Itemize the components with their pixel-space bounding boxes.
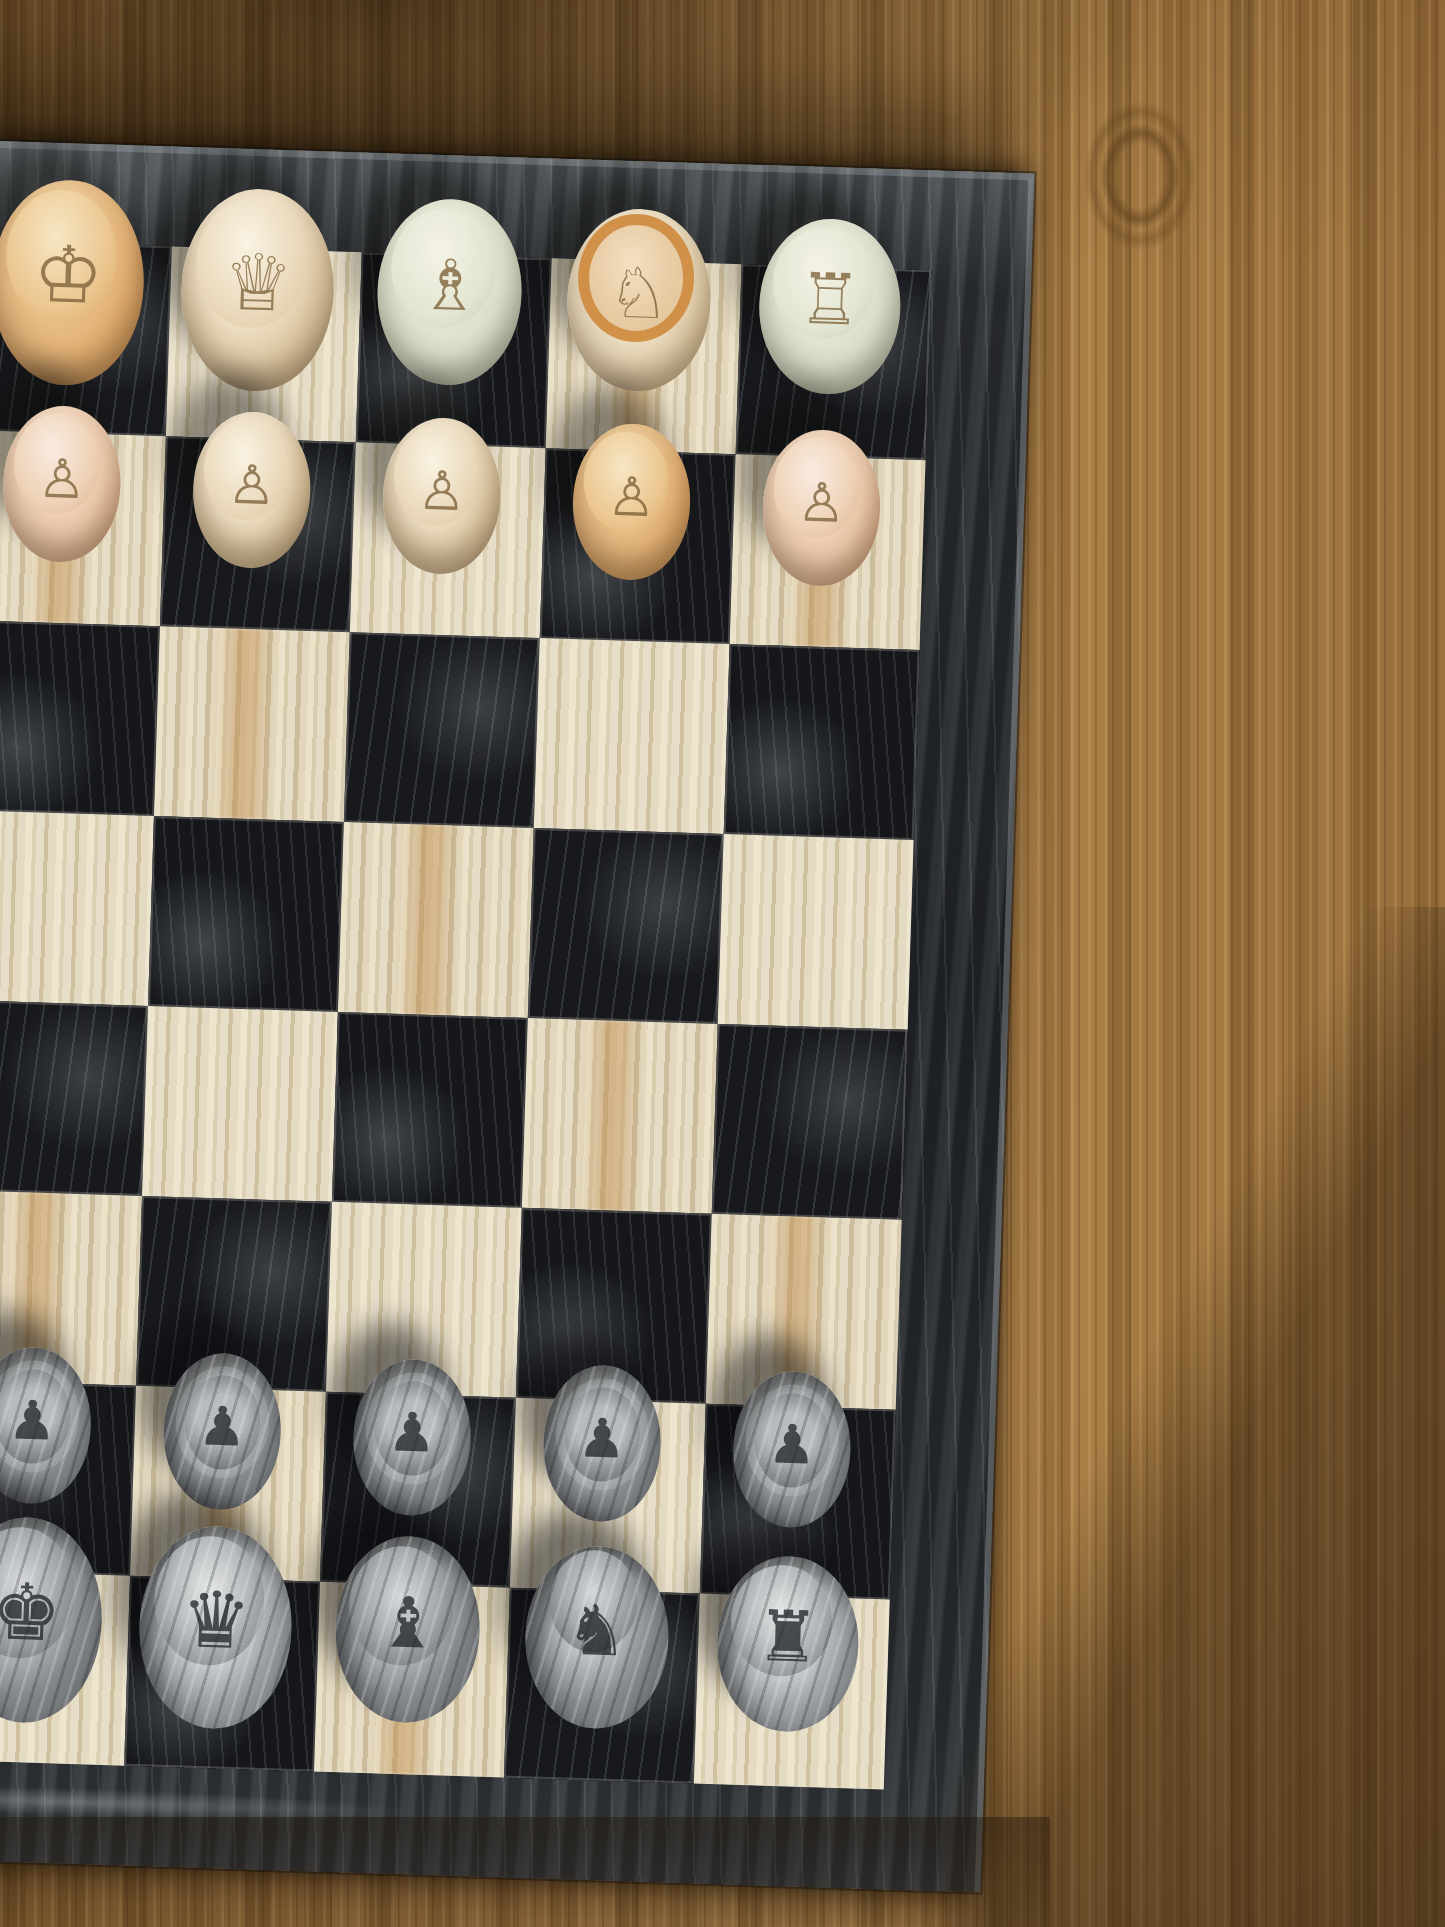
stone-top: [576, 213, 696, 344]
square-b8[interactable]: ♞: [504, 1588, 700, 1784]
stone-body: [161, 1352, 284, 1511]
stone-body: [375, 197, 525, 388]
piece-black-queen-d8[interactable]: ♛: [137, 1525, 295, 1731]
piece-white-pawn-d2[interactable]: ♙: [190, 411, 313, 570]
square-b4[interactable]: [528, 828, 724, 1024]
square-c3[interactable]: [344, 632, 540, 828]
piece-black-pawn-b7[interactable]: ♟: [541, 1364, 664, 1523]
piece-white-pawn-c2[interactable]: ♙: [380, 417, 503, 576]
stone-top: [582, 431, 670, 533]
square-e4[interactable]: [0, 810, 154, 1006]
square-c4[interactable]: [338, 822, 534, 1018]
piece-black-pawn-a7[interactable]: ♟: [730, 1370, 853, 1529]
piece-black-king-e8[interactable]: ♚: [0, 1515, 105, 1725]
piece-white-pawn-a2[interactable]: ♙: [760, 428, 883, 587]
square-d4[interactable]: [148, 816, 344, 1012]
stone-body: [190, 411, 313, 570]
square-d3[interactable]: [154, 626, 350, 822]
piece-black-pawn-e7[interactable]: ♟: [0, 1346, 93, 1505]
stone-top: [0, 1525, 76, 1660]
piece-black-rook-a8[interactable]: ♜: [715, 1554, 861, 1733]
stone-body: [351, 1358, 474, 1517]
stone-body: [523, 1544, 671, 1731]
stone-body: [570, 423, 693, 582]
square-c2[interactable]: ♙: [350, 442, 546, 638]
square-e8[interactable]: ♚: [0, 1570, 130, 1766]
scene: { "game": "chess", "scene": { "descripti…: [0, 0, 1445, 1927]
stone-body: [715, 1554, 861, 1733]
piece-black-knight-b8[interactable]: ♞: [523, 1544, 671, 1731]
square-d2[interactable]: ♙: [160, 436, 356, 632]
piece-white-rook-a1[interactable]: ♖: [757, 217, 903, 396]
stone-body: [0, 1515, 105, 1725]
stone-top: [0, 1369, 72, 1465]
square-c5[interactable]: [332, 1012, 528, 1208]
piece-white-pawn-b2[interactable]: ♙: [570, 423, 693, 582]
square-b3[interactable]: [534, 638, 730, 834]
square-a8[interactable]: ♜: [694, 1594, 890, 1790]
square-e3[interactable]: [0, 620, 160, 816]
stone-top: [348, 1544, 456, 1666]
square-a2[interactable]: ♙: [730, 454, 926, 650]
stone-top: [152, 1535, 265, 1667]
stone-top: [753, 1392, 831, 1488]
square-b5[interactable]: [522, 1018, 718, 1214]
stone-top: [772, 437, 860, 539]
square-a3[interactable]: [724, 644, 920, 840]
piece-white-bishop-c1[interactable]: ♗: [375, 197, 525, 388]
square-a4[interactable]: [718, 834, 914, 1030]
chess-board: ♖♘♗♔♕♗♘♖♙♙♙♙♙♙♙♙♟♟♟♟♟♟♟♟♜♞♝♚♛♝♞♜: [0, 119, 1035, 1892]
stone-top: [202, 419, 290, 521]
square-a5[interactable]: [712, 1024, 908, 1220]
stone-body: [0, 177, 147, 387]
wood-knot: [1080, 96, 1200, 256]
piece-white-king-e1[interactable]: ♔: [0, 177, 147, 387]
stone-top: [548, 1549, 640, 1654]
stone-body: [333, 1534, 483, 1725]
stone-body: [0, 1346, 93, 1505]
stone-body: [730, 1370, 853, 1529]
piece-white-knight-b1[interactable]: ♘: [565, 207, 713, 394]
stone-body: [0, 405, 123, 564]
board-grid: ♖♘♗♔♕♗♘♖♙♙♙♙♙♙♙♙♟♟♟♟♟♟♟♟♜♞♝♚♛♝♞♜: [0, 223, 931, 1790]
square-e5[interactable]: [0, 1000, 148, 1196]
stone-top: [194, 198, 307, 330]
piece-black-pawn-d7[interactable]: ♟: [161, 1352, 284, 1511]
square-d5[interactable]: [142, 1006, 338, 1202]
square-b2[interactable]: ♙: [540, 448, 736, 644]
stone-body: [565, 207, 713, 394]
stone-body: [541, 1364, 664, 1523]
stone-body: [179, 187, 337, 393]
stone-top: [729, 1563, 834, 1678]
stone-top: [563, 1387, 641, 1483]
stone-top: [390, 207, 498, 329]
stone-body: [760, 428, 883, 587]
stone-top: [373, 1381, 451, 1477]
piece-black-pawn-c7[interactable]: ♟: [351, 1358, 474, 1517]
stone-top: [771, 226, 876, 341]
piece-black-bishop-c8[interactable]: ♝: [333, 1534, 483, 1725]
stone-body: [757, 217, 903, 396]
stone-top: [5, 188, 119, 323]
stone-top: [183, 1375, 261, 1471]
stone-top: [392, 425, 480, 527]
stone-body: [137, 1525, 295, 1731]
square-d8[interactable]: ♛: [124, 1576, 320, 1772]
stone-body: [380, 417, 503, 576]
square-c8[interactable]: ♝: [314, 1582, 510, 1778]
square-e2[interactable]: ♙: [0, 430, 166, 626]
piece-white-queen-d1[interactable]: ♕: [179, 187, 337, 393]
piece-white-pawn-e2[interactable]: ♙: [0, 405, 123, 564]
stone-top: [13, 413, 101, 515]
